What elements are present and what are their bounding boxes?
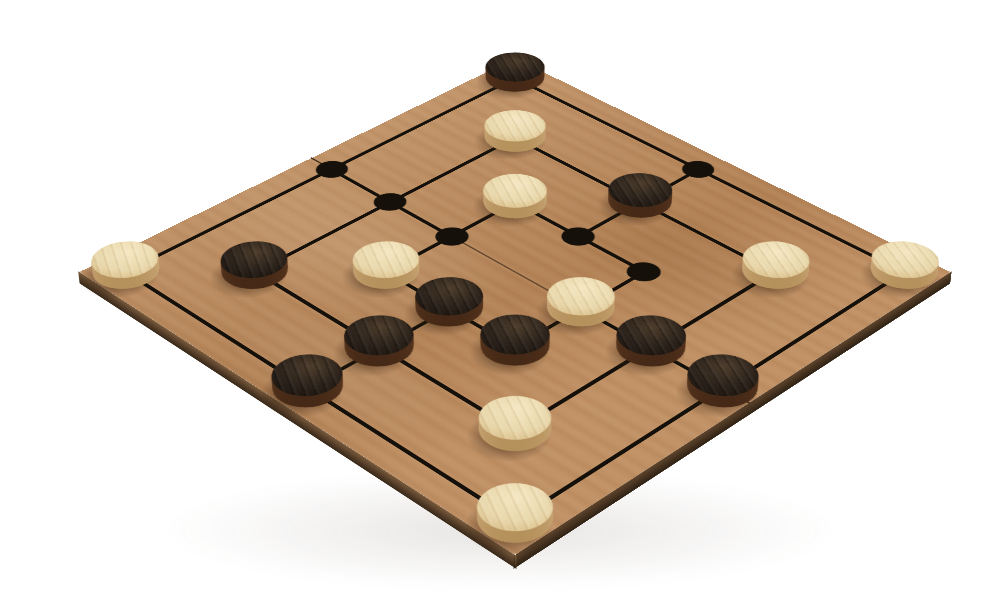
scene (0, 0, 1000, 615)
